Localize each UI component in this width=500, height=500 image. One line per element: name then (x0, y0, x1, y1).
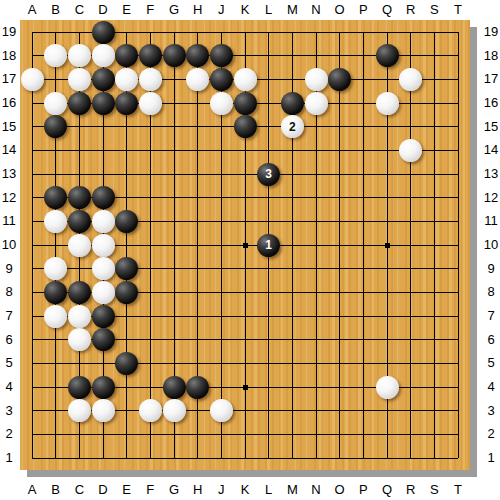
col-label-top-P: P (353, 1, 373, 19)
row-label-left-3: 3 (0, 402, 19, 420)
row-label-left-17: 17 (0, 70, 19, 88)
row-label-left-19: 19 (0, 23, 19, 41)
row-label-left-4: 4 (0, 378, 19, 396)
row-label-left-1: 1 (0, 449, 19, 467)
stone-black-H4[interactable] (186, 376, 209, 399)
col-label-top-K: K (235, 1, 255, 19)
col-label-top-A: A (22, 1, 42, 19)
row-label-right-16: 16 (481, 94, 500, 112)
col-label-top-C: C (69, 1, 89, 19)
stone-black-J18[interactable] (210, 44, 233, 67)
stone-black-G18[interactable] (163, 44, 186, 67)
row-label-left-15: 15 (0, 118, 19, 136)
col-label-top-J: J (211, 1, 231, 19)
row-label-right-18: 18 (481, 47, 500, 65)
col-label-top-B: B (46, 1, 66, 19)
stone-white-D11[interactable] (92, 210, 115, 233)
row-label-left-8: 8 (0, 283, 19, 301)
col-label-bottom-C: C (69, 481, 89, 499)
stone-white-C17[interactable] (68, 68, 91, 91)
stone-black-F18[interactable] (139, 44, 162, 67)
stone-black-M16[interactable] (281, 92, 304, 115)
row-label-right-13: 13 (481, 165, 500, 183)
col-label-bottom-H: H (188, 481, 208, 499)
move-number: 2 (289, 121, 296, 133)
stone-black-K15[interactable] (234, 115, 257, 138)
col-label-bottom-T: T (448, 481, 468, 499)
row-label-right-4: 4 (481, 378, 500, 396)
stone-black-C8[interactable] (68, 281, 91, 304)
stone-black-B8[interactable] (44, 281, 67, 304)
col-label-bottom-D: D (93, 481, 113, 499)
stone-white-D10[interactable] (92, 234, 115, 257)
stone-white-J3[interactable] (210, 399, 233, 422)
col-label-bottom-A: A (22, 481, 42, 499)
stone-black-C16[interactable] (68, 92, 91, 115)
stone-white-C6[interactable] (68, 328, 91, 351)
col-label-top-F: F (140, 1, 160, 19)
stone-white-D3[interactable] (92, 399, 115, 422)
star-point-Q10 (385, 243, 390, 248)
row-label-right-14: 14 (481, 141, 500, 159)
row-label-left-14: 14 (0, 141, 19, 159)
row-label-left-16: 16 (0, 94, 19, 112)
col-label-top-Q: Q (377, 1, 397, 19)
stone-black-G4[interactable] (163, 376, 186, 399)
stone-white-F17[interactable] (139, 68, 162, 91)
col-label-top-T: T (448, 1, 468, 19)
col-label-top-H: H (188, 1, 208, 19)
col-label-top-D: D (93, 1, 113, 19)
row-label-right-17: 17 (481, 70, 500, 88)
row-label-left-11: 11 (0, 212, 19, 230)
col-label-top-R: R (401, 1, 421, 19)
stone-white-M15[interactable]: 2 (281, 115, 304, 138)
col-label-bottom-J: J (211, 481, 231, 499)
row-label-right-19: 19 (481, 23, 500, 41)
row-label-right-2: 2 (481, 425, 500, 443)
row-label-left-5: 5 (0, 354, 19, 372)
col-label-bottom-Q: Q (377, 481, 397, 499)
stone-white-Q16[interactable] (376, 92, 399, 115)
row-label-right-5: 5 (481, 354, 500, 372)
row-label-right-10: 10 (481, 236, 500, 254)
stone-black-E11[interactable] (115, 210, 138, 233)
col-label-bottom-P: P (353, 481, 373, 499)
stone-white-H17[interactable] (186, 68, 209, 91)
row-label-right-3: 3 (481, 402, 500, 420)
col-label-top-G: G (164, 1, 184, 19)
row-label-left-6: 6 (0, 331, 19, 349)
col-label-bottom-M: M (282, 481, 302, 499)
stone-black-D17[interactable] (92, 68, 115, 91)
col-label-bottom-N: N (306, 481, 326, 499)
stone-white-D8[interactable] (92, 281, 115, 304)
col-label-bottom-F: F (140, 481, 160, 499)
col-label-top-O: O (330, 1, 350, 19)
stone-black-E8[interactable] (115, 281, 138, 304)
stone-white-J16[interactable] (210, 92, 233, 115)
stone-black-C12[interactable] (68, 186, 91, 209)
stone-black-D6[interactable] (92, 328, 115, 351)
stone-white-K17[interactable] (234, 68, 257, 91)
row-label-left-12: 12 (0, 189, 19, 207)
stone-black-D16[interactable] (92, 92, 115, 115)
move-number: 1 (265, 239, 272, 251)
stone-black-D19[interactable] (92, 21, 115, 44)
stone-white-A17[interactable] (21, 68, 44, 91)
row-label-left-2: 2 (0, 425, 19, 443)
stone-white-C7[interactable] (68, 305, 91, 328)
stone-white-D9[interactable] (92, 257, 115, 280)
stone-black-C4[interactable] (68, 376, 91, 399)
stone-white-N17[interactable] (305, 68, 328, 91)
stone-white-E17[interactable] (115, 68, 138, 91)
stone-white-B7[interactable] (44, 305, 67, 328)
stone-white-F16[interactable] (139, 92, 162, 115)
stone-white-C10[interactable] (68, 234, 91, 257)
row-label-right-11: 11 (481, 212, 500, 230)
stone-white-N16[interactable] (305, 92, 328, 115)
stone-black-C11[interactable] (68, 210, 91, 233)
row-label-right-9: 9 (481, 260, 500, 278)
row-label-right-8: 8 (481, 283, 500, 301)
move-number: 3 (265, 168, 272, 180)
stone-white-G3[interactable] (163, 399, 186, 422)
stone-black-K16[interactable] (234, 92, 257, 115)
stone-black-J17[interactable] (210, 68, 233, 91)
stone-black-D7[interactable] (92, 305, 115, 328)
stone-black-L10[interactable]: 1 (257, 234, 280, 257)
col-label-top-E: E (117, 1, 137, 19)
star-point-K4 (243, 385, 248, 390)
row-label-right-1: 1 (481, 449, 500, 467)
stone-white-C18[interactable] (68, 44, 91, 67)
stone-white-D18[interactable] (92, 44, 115, 67)
col-label-bottom-E: E (117, 481, 137, 499)
stone-black-L13[interactable]: 3 (257, 163, 280, 186)
col-label-top-M: M (282, 1, 302, 19)
row-label-left-10: 10 (0, 236, 19, 254)
col-label-bottom-G: G (164, 481, 184, 499)
stone-white-B16[interactable] (44, 92, 67, 115)
col-label-bottom-L: L (259, 481, 279, 499)
col-label-top-L: L (259, 1, 279, 19)
col-label-bottom-S: S (424, 481, 444, 499)
stone-white-Q4[interactable] (376, 376, 399, 399)
stone-white-C3[interactable] (68, 399, 91, 422)
col-label-top-N: N (306, 1, 326, 19)
row-label-right-15: 15 (481, 118, 500, 136)
row-label-left-9: 9 (0, 260, 19, 278)
col-label-bottom-K: K (235, 481, 255, 499)
stone-white-R14[interactable] (399, 139, 422, 162)
row-label-right-6: 6 (481, 331, 500, 349)
col-label-bottom-B: B (46, 481, 66, 499)
stone-black-D4[interactable] (92, 376, 115, 399)
stone-black-O17[interactable] (328, 68, 351, 91)
board[interactable]: 231 (20, 20, 470, 470)
stone-black-E16[interactable] (115, 92, 138, 115)
row-label-right-7: 7 (481, 307, 500, 325)
col-label-bottom-R: R (401, 481, 421, 499)
go-app-window: 231 AABBCCDDEEFFGGHHJJKKLLMMNNOOPPQQRRSS… (0, 0, 500, 500)
col-label-bottom-O: O (330, 481, 350, 499)
stone-black-D12[interactable] (92, 186, 115, 209)
row-label-left-18: 18 (0, 47, 19, 65)
stone-black-Q18[interactable] (376, 44, 399, 67)
star-point-K10 (243, 243, 248, 248)
col-label-top-S: S (424, 1, 444, 19)
row-label-right-12: 12 (481, 189, 500, 207)
stone-white-B11[interactable] (44, 210, 67, 233)
stone-white-F3[interactable] (139, 399, 162, 422)
stone-white-R17[interactable] (399, 68, 422, 91)
row-label-left-13: 13 (0, 165, 19, 183)
row-label-left-7: 7 (0, 307, 19, 325)
stone-black-E5[interactable] (115, 352, 138, 375)
